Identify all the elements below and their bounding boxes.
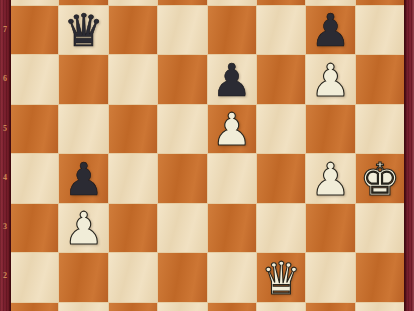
rank-label-7: 7 — [0, 25, 10, 35]
square-h7[interactable] — [356, 6, 404, 55]
white-pawn-g6[interactable]: ♟ — [310, 58, 350, 103]
square-b1[interactable] — [59, 303, 107, 311]
square-a3[interactable] — [10, 204, 58, 253]
rank-label-6: 6 — [0, 74, 10, 84]
board-frame-right — [404, 0, 414, 311]
square-d5[interactable] — [158, 105, 206, 154]
square-a8[interactable] — [10, 0, 58, 5]
rank-label-2: 2 — [0, 271, 10, 281]
square-h1[interactable] — [356, 303, 404, 311]
rank-label-3: 3 — [0, 222, 10, 232]
square-b3[interactable]: ♟ — [59, 204, 107, 253]
square-c6[interactable] — [109, 55, 157, 104]
rank-label-5: 5 — [0, 124, 10, 134]
square-f5[interactable] — [257, 105, 305, 154]
square-b4[interactable]: ♟ — [59, 154, 107, 203]
square-f2[interactable]: ♛ — [257, 253, 305, 302]
rank-label-4: 4 — [0, 173, 10, 183]
square-d6[interactable] — [158, 55, 206, 104]
square-b5[interactable] — [59, 105, 107, 154]
square-a5[interactable] — [10, 105, 58, 154]
square-g4[interactable]: ♟ — [306, 154, 354, 203]
square-g7[interactable]: ♟ — [306, 6, 354, 55]
square-e3[interactable] — [208, 204, 256, 253]
square-d2[interactable] — [158, 253, 206, 302]
square-f1[interactable] — [257, 303, 305, 311]
white-pawn-g4[interactable]: ♟ — [310, 157, 350, 202]
square-h8[interactable] — [356, 0, 404, 5]
black-pawn-b4[interactable]: ♟ — [63, 157, 103, 202]
square-f3[interactable] — [257, 204, 305, 253]
square-c2[interactable] — [109, 253, 157, 302]
black-pawn-e6[interactable]: ♟ — [212, 58, 252, 103]
square-g5[interactable] — [306, 105, 354, 154]
square-c1[interactable] — [109, 303, 157, 311]
white-queen-f2[interactable]: ♛ — [261, 256, 301, 301]
black-king-g8[interactable]: ♚ — [310, 0, 350, 4]
square-f6[interactable] — [257, 55, 305, 104]
square-c8[interactable] — [109, 0, 157, 5]
square-d4[interactable] — [158, 154, 206, 203]
square-h5[interactable] — [356, 105, 404, 154]
square-d3[interactable] — [158, 204, 206, 253]
square-g2[interactable] — [306, 253, 354, 302]
square-b2[interactable] — [59, 253, 107, 302]
square-a2[interactable] — [10, 253, 58, 302]
square-c3[interactable] — [109, 204, 157, 253]
square-g1[interactable] — [306, 303, 354, 311]
black-pawn-g7[interactable]: ♟ — [310, 8, 350, 53]
square-h3[interactable] — [356, 204, 404, 253]
square-b6[interactable] — [59, 55, 107, 104]
square-e2[interactable] — [208, 253, 256, 302]
square-c7[interactable] — [109, 6, 157, 55]
square-h6[interactable] — [356, 55, 404, 104]
square-h4[interactable]: ♚ — [356, 154, 404, 203]
square-f4[interactable] — [257, 154, 305, 203]
square-c4[interactable] — [109, 154, 157, 203]
square-f7[interactable] — [257, 6, 305, 55]
square-e4[interactable] — [208, 154, 256, 203]
white-pawn-e5[interactable]: ♟ — [212, 107, 252, 152]
square-e6[interactable]: ♟ — [208, 55, 256, 104]
square-h2[interactable] — [356, 253, 404, 302]
square-d7[interactable] — [158, 6, 206, 55]
square-c5[interactable] — [109, 105, 157, 154]
square-e7[interactable] — [208, 6, 256, 55]
square-f8[interactable] — [257, 0, 305, 5]
square-e5[interactable]: ♟ — [208, 105, 256, 154]
square-b7[interactable]: ♛ — [59, 6, 107, 55]
square-g3[interactable] — [306, 204, 354, 253]
chess-board: ♚♛♟♟♟♟♟♟♚♟♛ — [10, 0, 404, 311]
square-d1[interactable] — [158, 303, 206, 311]
white-king-h4[interactable]: ♚ — [360, 157, 400, 202]
black-queen-b7[interactable]: ♛ — [63, 8, 103, 53]
chess-diagram: ♚♛♟♟♟♟♟♟♚♟♛ 87654321 — [0, 0, 414, 311]
square-e8[interactable] — [208, 0, 256, 5]
square-e1[interactable] — [208, 303, 256, 311]
square-d8[interactable] — [158, 0, 206, 5]
square-a4[interactable] — [10, 154, 58, 203]
square-a1[interactable] — [10, 303, 58, 311]
square-g6[interactable]: ♟ — [306, 55, 354, 104]
board-frame-left — [0, 0, 11, 311]
square-a7[interactable] — [10, 6, 58, 55]
square-a6[interactable] — [10, 55, 58, 104]
white-pawn-b3[interactable]: ♟ — [63, 206, 103, 251]
